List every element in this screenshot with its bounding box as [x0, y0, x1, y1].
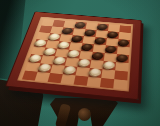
- cream-checker-piece[interactable]: [68, 50, 80, 57]
- dark-checker-piece[interactable]: [108, 31, 118, 38]
- dark-checker-piece[interactable]: [82, 43, 93, 50]
- board-grid: [22, 19, 131, 90]
- cream-checker-piece[interactable]: [104, 61, 115, 69]
- board-frame: [5, 11, 142, 100]
- dark-checker-piece[interactable]: [117, 54, 128, 62]
- dark-checker-piece[interactable]: [93, 52, 104, 60]
- cream-checker-piece[interactable]: [90, 68, 102, 76]
- dark-checker-piece[interactable]: [106, 45, 117, 52]
- dark-checker-piece[interactable]: [85, 29, 96, 36]
- cream-checker-piece[interactable]: [64, 66, 76, 74]
- square-r8c8: [113, 79, 127, 90]
- checkers-board: [5, 11, 142, 100]
- cream-checker-piece[interactable]: [79, 59, 91, 67]
- photo-scene: [0, 0, 160, 126]
- board-surface: [17, 17, 133, 92]
- dark-checker-piece[interactable]: [72, 35, 83, 42]
- dark-checker-piece[interactable]: [95, 37, 106, 44]
- dark-checker-piece[interactable]: [98, 24, 108, 30]
- square-r8c7[interactable]: [100, 78, 114, 89]
- table-pedestal-knob: [78, 108, 91, 121]
- dark-checker-piece[interactable]: [76, 22, 86, 28]
- dark-checker-piece[interactable]: [119, 39, 129, 46]
- cream-checker-piece[interactable]: [54, 56, 66, 64]
- cream-checker-piece[interactable]: [59, 41, 70, 48]
- dark-checker-piece[interactable]: [63, 27, 74, 33]
